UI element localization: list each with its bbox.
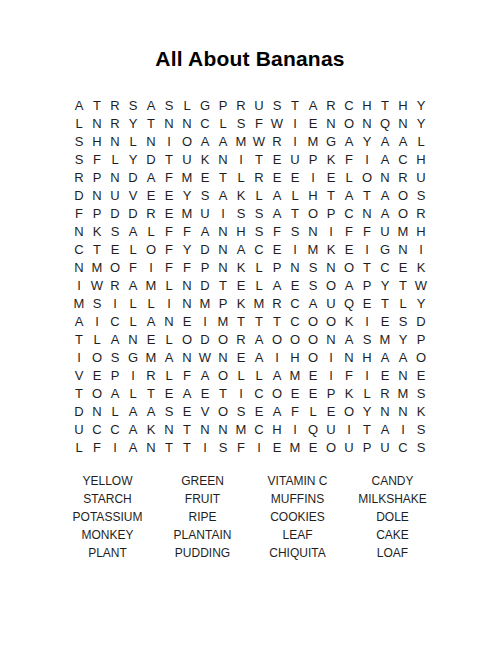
grid-cell-r7c15[interactable]: P bbox=[322, 204, 340, 222]
grid-cell-r3c12[interactable]: R bbox=[268, 132, 286, 150]
grid-cell-r20c3[interactable]: I bbox=[106, 438, 124, 456]
grid-cell-r1c9[interactable]: P bbox=[214, 96, 232, 114]
grid-cell-r7c5[interactable]: R bbox=[142, 204, 160, 222]
grid-cell-r10c18[interactable]: C bbox=[376, 258, 394, 276]
grid-cell-r11c4[interactable]: A bbox=[124, 276, 142, 294]
grid-cell-r16c6[interactable]: L bbox=[160, 366, 178, 384]
grid-cell-r8c16[interactable]: F bbox=[340, 222, 358, 240]
grid-cell-r15c15[interactable]: I bbox=[322, 348, 340, 366]
grid-cell-r2c13[interactable]: I bbox=[286, 114, 304, 132]
grid-cell-r15c17[interactable]: H bbox=[358, 348, 376, 366]
grid-cell-r18c12[interactable]: A bbox=[268, 402, 286, 420]
grid-cell-r4c5[interactable]: D bbox=[142, 150, 160, 168]
grid-cell-r19c16[interactable]: I bbox=[340, 420, 358, 438]
grid-cell-r10c17[interactable]: T bbox=[358, 258, 376, 276]
grid-cell-r12c5[interactable]: L bbox=[142, 294, 160, 312]
grid-cell-r9c3[interactable]: E bbox=[106, 240, 124, 258]
grid-cell-r1c20[interactable]: Y bbox=[412, 96, 430, 114]
grid-cell-r3c5[interactable]: N bbox=[142, 132, 160, 150]
grid-cell-r9c8[interactable]: D bbox=[196, 240, 214, 258]
grid-cell-r9c14[interactable]: M bbox=[304, 240, 322, 258]
grid-cell-r4c15[interactable]: K bbox=[322, 150, 340, 168]
grid-cell-r11c16[interactable]: A bbox=[340, 276, 358, 294]
grid-cell-r19c17[interactable]: T bbox=[358, 420, 376, 438]
grid-cell-r20c13[interactable]: M bbox=[286, 438, 304, 456]
grid-cell-r14c14[interactable]: O bbox=[304, 330, 322, 348]
grid-cell-r4c12[interactable]: E bbox=[268, 150, 286, 168]
grid-cell-r12c4[interactable]: L bbox=[124, 294, 142, 312]
grid-cell-r2c14[interactable]: E bbox=[304, 114, 322, 132]
grid-cell-r16c1[interactable]: V bbox=[70, 366, 88, 384]
grid-cell-r20c12[interactable]: E bbox=[268, 438, 286, 456]
grid-cell-r4c7[interactable]: U bbox=[178, 150, 196, 168]
grid-cell-r8c17[interactable]: F bbox=[358, 222, 376, 240]
grid-cell-r13c12[interactable]: T bbox=[268, 312, 286, 330]
grid-cell-r11c7[interactable]: N bbox=[178, 276, 196, 294]
grid-cell-r14c3[interactable]: A bbox=[106, 330, 124, 348]
grid-cell-r13c8[interactable]: I bbox=[196, 312, 214, 330]
grid-cell-r10c19[interactable]: E bbox=[394, 258, 412, 276]
grid-cell-r9c6[interactable]: F bbox=[160, 240, 178, 258]
grid-cell-r16c14[interactable]: E bbox=[304, 366, 322, 384]
grid-cell-r17c19[interactable]: M bbox=[394, 384, 412, 402]
grid-cell-r14c17[interactable]: S bbox=[358, 330, 376, 348]
grid-cell-r13c16[interactable]: K bbox=[340, 312, 358, 330]
grid-cell-r3c8[interactable]: A bbox=[196, 132, 214, 150]
grid-cell-r14c10[interactable]: R bbox=[232, 330, 250, 348]
grid-cell-r12c3[interactable]: I bbox=[106, 294, 124, 312]
grid-cell-r7c13[interactable]: T bbox=[286, 204, 304, 222]
grid-cell-r4c18[interactable]: A bbox=[376, 150, 394, 168]
grid-cell-r18c8[interactable]: V bbox=[196, 402, 214, 420]
grid-cell-r5c11[interactable]: R bbox=[250, 168, 268, 186]
grid-cell-r1c2[interactable]: T bbox=[88, 96, 106, 114]
grid-cell-r2c17[interactable]: N bbox=[358, 114, 376, 132]
grid-cell-r8c15[interactable]: I bbox=[322, 222, 340, 240]
grid-cell-r10c5[interactable]: I bbox=[142, 258, 160, 276]
grid-cell-r12c16[interactable]: Q bbox=[340, 294, 358, 312]
grid-cell-r11c10[interactable]: E bbox=[232, 276, 250, 294]
grid-cell-r15c12[interactable]: I bbox=[268, 348, 286, 366]
grid-cell-r10c7[interactable]: F bbox=[178, 258, 196, 276]
grid-cell-r4c1[interactable]: S bbox=[70, 150, 88, 168]
grid-cell-r5c1[interactable]: R bbox=[70, 168, 88, 186]
grid-cell-r4c16[interactable]: F bbox=[340, 150, 358, 168]
grid-cell-r13c7[interactable]: E bbox=[178, 312, 196, 330]
grid-cell-r5c15[interactable]: E bbox=[322, 168, 340, 186]
grid-cell-r3c7[interactable]: O bbox=[178, 132, 196, 150]
grid-cell-r20c11[interactable]: I bbox=[250, 438, 268, 456]
grid-cell-r19c18[interactable]: A bbox=[376, 420, 394, 438]
grid-cell-r12c12[interactable]: R bbox=[268, 294, 286, 312]
grid-cell-r7c6[interactable]: E bbox=[160, 204, 178, 222]
grid-cell-r2c2[interactable]: N bbox=[88, 114, 106, 132]
grid-cell-r18c17[interactable]: Y bbox=[358, 402, 376, 420]
grid-cell-r9c15[interactable]: K bbox=[322, 240, 340, 258]
grid-cell-r10c10[interactable]: K bbox=[232, 258, 250, 276]
grid-cell-r16c19[interactable]: N bbox=[394, 366, 412, 384]
grid-cell-r18c10[interactable]: S bbox=[232, 402, 250, 420]
grid-cell-r13c13[interactable]: C bbox=[286, 312, 304, 330]
grid-cell-r10c13[interactable]: N bbox=[286, 258, 304, 276]
grid-cell-r9c18[interactable]: G bbox=[376, 240, 394, 258]
grid-cell-r6c3[interactable]: U bbox=[106, 186, 124, 204]
grid-cell-r16c15[interactable]: I bbox=[322, 366, 340, 384]
grid-cell-r10c14[interactable]: S bbox=[304, 258, 322, 276]
grid-cell-r15c8[interactable]: W bbox=[196, 348, 214, 366]
grid-cell-r18c14[interactable]: L bbox=[304, 402, 322, 420]
grid-cell-r17c1[interactable]: T bbox=[70, 384, 88, 402]
grid-cell-r16c5[interactable]: R bbox=[142, 366, 160, 384]
grid-cell-r16c8[interactable]: A bbox=[196, 366, 214, 384]
grid-cell-r17c15[interactable]: P bbox=[322, 384, 340, 402]
grid-cell-r6c7[interactable]: Y bbox=[178, 186, 196, 204]
grid-cell-r19c1[interactable]: U bbox=[70, 420, 88, 438]
grid-cell-r8c4[interactable]: A bbox=[124, 222, 142, 240]
grid-cell-r18c6[interactable]: S bbox=[160, 402, 178, 420]
grid-cell-r5c17[interactable]: O bbox=[358, 168, 376, 186]
grid-cell-r13c4[interactable]: L bbox=[124, 312, 142, 330]
grid-cell-r14c11[interactable]: A bbox=[250, 330, 268, 348]
grid-cell-r18c7[interactable]: E bbox=[178, 402, 196, 420]
grid-cell-r17c11[interactable]: C bbox=[250, 384, 268, 402]
grid-cell-r1c5[interactable]: A bbox=[142, 96, 160, 114]
grid-cell-r9c16[interactable]: E bbox=[340, 240, 358, 258]
grid-cell-r17c4[interactable]: L bbox=[124, 384, 142, 402]
grid-cell-r17c16[interactable]: K bbox=[340, 384, 358, 402]
grid-cell-r19c20[interactable]: S bbox=[412, 420, 430, 438]
grid-cell-r20c14[interactable]: E bbox=[304, 438, 322, 456]
grid-cell-r10c4[interactable]: F bbox=[124, 258, 142, 276]
grid-cell-r14c13[interactable]: O bbox=[286, 330, 304, 348]
grid-cell-r7c2[interactable]: P bbox=[88, 204, 106, 222]
grid-cell-r3c16[interactable]: A bbox=[340, 132, 358, 150]
grid-cell-r2c7[interactable]: N bbox=[178, 114, 196, 132]
grid-cell-r9c17[interactable]: I bbox=[358, 240, 376, 258]
grid-cell-r5c19[interactable]: R bbox=[394, 168, 412, 186]
grid-cell-r19c2[interactable]: C bbox=[88, 420, 106, 438]
grid-cell-r20c5[interactable]: N bbox=[142, 438, 160, 456]
grid-cell-r12c8[interactable]: M bbox=[196, 294, 214, 312]
grid-cell-r15c6[interactable]: A bbox=[160, 348, 178, 366]
grid-cell-r11c12[interactable]: A bbox=[268, 276, 286, 294]
grid-cell-r3c10[interactable]: M bbox=[232, 132, 250, 150]
grid-cell-r14c20[interactable]: P bbox=[412, 330, 430, 348]
grid-cell-r9c4[interactable]: L bbox=[124, 240, 142, 258]
grid-cell-r6c11[interactable]: L bbox=[250, 186, 268, 204]
grid-cell-r7c14[interactable]: O bbox=[304, 204, 322, 222]
grid-cell-r8c18[interactable]: U bbox=[376, 222, 394, 240]
grid-cell-r3c11[interactable]: W bbox=[250, 132, 268, 150]
grid-cell-r6c17[interactable]: T bbox=[358, 186, 376, 204]
grid-cell-r7c1[interactable]: F bbox=[70, 204, 88, 222]
grid-cell-r19c11[interactable]: C bbox=[250, 420, 268, 438]
grid-cell-r11c8[interactable]: D bbox=[196, 276, 214, 294]
grid-cell-r14c4[interactable]: N bbox=[124, 330, 142, 348]
grid-cell-r16c2[interactable]: E bbox=[88, 366, 106, 384]
grid-cell-r13c15[interactable]: O bbox=[322, 312, 340, 330]
grid-cell-r17c8[interactable]: E bbox=[196, 384, 214, 402]
grid-cell-r3c14[interactable]: M bbox=[304, 132, 322, 150]
grid-cell-r5c20[interactable]: U bbox=[412, 168, 430, 186]
grid-cell-r19c19[interactable]: I bbox=[394, 420, 412, 438]
grid-cell-r6c16[interactable]: A bbox=[340, 186, 358, 204]
grid-cell-r20c19[interactable]: C bbox=[394, 438, 412, 456]
grid-cell-r13c14[interactable]: O bbox=[304, 312, 322, 330]
grid-cell-r8c3[interactable]: S bbox=[106, 222, 124, 240]
grid-cell-r8c10[interactable]: H bbox=[232, 222, 250, 240]
grid-cell-r5c3[interactable]: N bbox=[106, 168, 124, 186]
grid-cell-r2c1[interactable]: L bbox=[70, 114, 88, 132]
grid-cell-r1c15[interactable]: R bbox=[322, 96, 340, 114]
grid-cell-r6c1[interactable]: D bbox=[70, 186, 88, 204]
grid-cell-r12c18[interactable]: T bbox=[376, 294, 394, 312]
grid-cell-r17c6[interactable]: E bbox=[160, 384, 178, 402]
grid-cell-r12c13[interactable]: C bbox=[286, 294, 304, 312]
grid-cell-r2c6[interactable]: N bbox=[160, 114, 178, 132]
grid-cell-r10c11[interactable]: L bbox=[250, 258, 268, 276]
grid-cell-r7c7[interactable]: M bbox=[178, 204, 196, 222]
grid-cell-r16c11[interactable]: L bbox=[250, 366, 268, 384]
grid-cell-r3c13[interactable]: I bbox=[286, 132, 304, 150]
grid-cell-r3c18[interactable]: A bbox=[376, 132, 394, 150]
grid-cell-r17c9[interactable]: T bbox=[214, 384, 232, 402]
grid-cell-r6c13[interactable]: L bbox=[286, 186, 304, 204]
grid-cell-r5c13[interactable]: E bbox=[286, 168, 304, 186]
grid-cell-r5c8[interactable]: E bbox=[196, 168, 214, 186]
grid-cell-r11c3[interactable]: R bbox=[106, 276, 124, 294]
grid-cell-r3c6[interactable]: I bbox=[160, 132, 178, 150]
grid-cell-r1c4[interactable]: S bbox=[124, 96, 142, 114]
grid-cell-r15c1[interactable]: I bbox=[70, 348, 88, 366]
grid-cell-r17c14[interactable]: E bbox=[304, 384, 322, 402]
grid-cell-r17c2[interactable]: O bbox=[88, 384, 106, 402]
grid-cell-r18c15[interactable]: E bbox=[322, 402, 340, 420]
grid-cell-r8c11[interactable]: S bbox=[250, 222, 268, 240]
grid-cell-r5c2[interactable]: P bbox=[88, 168, 106, 186]
grid-cell-r6c18[interactable]: A bbox=[376, 186, 394, 204]
grid-cell-r18c9[interactable]: O bbox=[214, 402, 232, 420]
grid-cell-r8c2[interactable]: K bbox=[88, 222, 106, 240]
grid-cell-r15c16[interactable]: N bbox=[340, 348, 358, 366]
grid-cell-r9c12[interactable]: E bbox=[268, 240, 286, 258]
grid-cell-r13c3[interactable]: C bbox=[106, 312, 124, 330]
grid-cell-r11c11[interactable]: L bbox=[250, 276, 268, 294]
grid-cell-r2c11[interactable]: F bbox=[250, 114, 268, 132]
grid-cell-r19c12[interactable]: H bbox=[268, 420, 286, 438]
grid-cell-r6c19[interactable]: O bbox=[394, 186, 412, 204]
grid-cell-r18c18[interactable]: N bbox=[376, 402, 394, 420]
grid-cell-r1c14[interactable]: A bbox=[304, 96, 322, 114]
grid-cell-r11c1[interactable]: I bbox=[70, 276, 88, 294]
grid-cell-r13c9[interactable]: M bbox=[214, 312, 232, 330]
grid-cell-r6c5[interactable]: E bbox=[142, 186, 160, 204]
grid-cell-r17c13[interactable]: E bbox=[286, 384, 304, 402]
grid-cell-r1c16[interactable]: C bbox=[340, 96, 358, 114]
grid-cell-r5c16[interactable]: L bbox=[340, 168, 358, 186]
grid-cell-r12c14[interactable]: A bbox=[304, 294, 322, 312]
grid-cell-r2c4[interactable]: Y bbox=[124, 114, 142, 132]
grid-cell-r15c14[interactable]: O bbox=[304, 348, 322, 366]
grid-cell-r20c9[interactable]: S bbox=[214, 438, 232, 456]
grid-cell-r11c2[interactable]: W bbox=[88, 276, 106, 294]
grid-cell-r19c5[interactable]: K bbox=[142, 420, 160, 438]
grid-cell-r6c6[interactable]: E bbox=[160, 186, 178, 204]
grid-cell-r12c19[interactable]: L bbox=[394, 294, 412, 312]
grid-cell-r11c9[interactable]: T bbox=[214, 276, 232, 294]
grid-cell-r19c13[interactable]: I bbox=[286, 420, 304, 438]
grid-cell-r15c19[interactable]: A bbox=[394, 348, 412, 366]
grid-cell-r2c15[interactable]: N bbox=[322, 114, 340, 132]
grid-cell-r1c19[interactable]: H bbox=[394, 96, 412, 114]
grid-cell-r20c7[interactable]: T bbox=[178, 438, 196, 456]
grid-cell-r18c2[interactable]: N bbox=[88, 402, 106, 420]
grid-cell-r13c5[interactable]: A bbox=[142, 312, 160, 330]
grid-cell-r20c8[interactable]: I bbox=[196, 438, 214, 456]
grid-cell-r7c11[interactable]: S bbox=[250, 204, 268, 222]
grid-cell-r12c17[interactable]: E bbox=[358, 294, 376, 312]
grid-cell-r11c20[interactable]: W bbox=[412, 276, 430, 294]
grid-cell-r5c12[interactable]: E bbox=[268, 168, 286, 186]
grid-cell-r20c18[interactable]: U bbox=[376, 438, 394, 456]
grid-cell-r6c20[interactable]: S bbox=[412, 186, 430, 204]
grid-cell-r19c15[interactable]: U bbox=[322, 420, 340, 438]
grid-cell-r10c1[interactable]: N bbox=[70, 258, 88, 276]
grid-cell-r15c13[interactable]: H bbox=[286, 348, 304, 366]
grid-cell-r1c18[interactable]: T bbox=[376, 96, 394, 114]
grid-cell-r7c16[interactable]: C bbox=[340, 204, 358, 222]
grid-cell-r5c10[interactable]: L bbox=[232, 168, 250, 186]
grid-cell-r7c20[interactable]: R bbox=[412, 204, 430, 222]
grid-cell-r8c7[interactable]: F bbox=[178, 222, 196, 240]
grid-cell-r10c12[interactable]: P bbox=[268, 258, 286, 276]
grid-cell-r14c18[interactable]: M bbox=[376, 330, 394, 348]
grid-cell-r16c16[interactable]: F bbox=[340, 366, 358, 384]
grid-cell-r10c20[interactable]: K bbox=[412, 258, 430, 276]
grid-cell-r11c19[interactable]: T bbox=[394, 276, 412, 294]
grid-cell-r9c2[interactable]: T bbox=[88, 240, 106, 258]
grid-cell-r7c4[interactable]: D bbox=[124, 204, 142, 222]
grid-cell-r2c10[interactable]: S bbox=[232, 114, 250, 132]
grid-cell-r9c9[interactable]: N bbox=[214, 240, 232, 258]
grid-cell-r3c9[interactable]: A bbox=[214, 132, 232, 150]
grid-cell-r16c9[interactable]: O bbox=[214, 366, 232, 384]
grid-cell-r15c3[interactable]: S bbox=[106, 348, 124, 366]
grid-cell-r4c6[interactable]: T bbox=[160, 150, 178, 168]
grid-cell-r9c5[interactable]: O bbox=[142, 240, 160, 258]
grid-cell-r8c8[interactable]: A bbox=[196, 222, 214, 240]
grid-cell-r7c19[interactable]: O bbox=[394, 204, 412, 222]
grid-cell-r19c4[interactable]: A bbox=[124, 420, 142, 438]
grid-cell-r19c7[interactable]: T bbox=[178, 420, 196, 438]
grid-cell-r17c3[interactable]: A bbox=[106, 384, 124, 402]
grid-cell-r6c4[interactable]: V bbox=[124, 186, 142, 204]
grid-cell-r9c19[interactable]: N bbox=[394, 240, 412, 258]
grid-cell-r5c14[interactable]: I bbox=[304, 168, 322, 186]
grid-cell-r17c10[interactable]: I bbox=[232, 384, 250, 402]
grid-cell-r19c8[interactable]: N bbox=[196, 420, 214, 438]
grid-cell-r6c12[interactable]: A bbox=[268, 186, 286, 204]
grid-cell-r1c13[interactable]: T bbox=[286, 96, 304, 114]
grid-cell-r6c2[interactable]: N bbox=[88, 186, 106, 204]
grid-cell-r4c9[interactable]: N bbox=[214, 150, 232, 168]
grid-cell-r1c12[interactable]: S bbox=[268, 96, 286, 114]
grid-cell-r10c3[interactable]: O bbox=[106, 258, 124, 276]
grid-cell-r3c3[interactable]: N bbox=[106, 132, 124, 150]
grid-cell-r9c13[interactable]: I bbox=[286, 240, 304, 258]
grid-cell-r14c9[interactable]: O bbox=[214, 330, 232, 348]
grid-cell-r3c17[interactable]: Y bbox=[358, 132, 376, 150]
grid-cell-r2c20[interactable]: Y bbox=[412, 114, 430, 132]
grid-cell-r20c17[interactable]: P bbox=[358, 438, 376, 456]
grid-cell-r19c10[interactable]: M bbox=[232, 420, 250, 438]
grid-cell-r5c18[interactable]: N bbox=[376, 168, 394, 186]
grid-cell-r14c5[interactable]: E bbox=[142, 330, 160, 348]
grid-cell-r5c6[interactable]: F bbox=[160, 168, 178, 186]
grid-cell-r17c5[interactable]: T bbox=[142, 384, 160, 402]
grid-cell-r11c15[interactable]: O bbox=[322, 276, 340, 294]
grid-cell-r15c11[interactable]: A bbox=[250, 348, 268, 366]
grid-cell-r17c18[interactable]: R bbox=[376, 384, 394, 402]
grid-cell-r14c12[interactable]: O bbox=[268, 330, 286, 348]
grid-cell-r4c8[interactable]: K bbox=[196, 150, 214, 168]
grid-cell-r10c6[interactable]: F bbox=[160, 258, 178, 276]
grid-cell-r6c15[interactable]: T bbox=[322, 186, 340, 204]
grid-cell-r14c15[interactable]: N bbox=[322, 330, 340, 348]
grid-cell-r13c1[interactable]: A bbox=[70, 312, 88, 330]
grid-cell-r12c2[interactable]: S bbox=[88, 294, 106, 312]
grid-cell-r13c11[interactable]: T bbox=[250, 312, 268, 330]
grid-cell-r15c20[interactable]: O bbox=[412, 348, 430, 366]
grid-cell-r1c3[interactable]: R bbox=[106, 96, 124, 114]
grid-cell-r4c20[interactable]: H bbox=[412, 150, 430, 168]
grid-cell-r5c5[interactable]: A bbox=[142, 168, 160, 186]
grid-cell-r2c19[interactable]: N bbox=[394, 114, 412, 132]
grid-cell-r16c12[interactable]: A bbox=[268, 366, 286, 384]
grid-cell-r15c4[interactable]: G bbox=[124, 348, 142, 366]
grid-cell-r4c14[interactable]: P bbox=[304, 150, 322, 168]
grid-cell-r13c17[interactable]: I bbox=[358, 312, 376, 330]
grid-cell-r6c10[interactable]: K bbox=[232, 186, 250, 204]
grid-cell-r8c19[interactable]: M bbox=[394, 222, 412, 240]
grid-cell-r2c12[interactable]: W bbox=[268, 114, 286, 132]
grid-cell-r7c3[interactable]: D bbox=[106, 204, 124, 222]
grid-cell-r13c18[interactable]: E bbox=[376, 312, 394, 330]
grid-cell-r20c4[interactable]: A bbox=[124, 438, 142, 456]
grid-cell-r10c15[interactable]: N bbox=[322, 258, 340, 276]
grid-cell-r12c15[interactable]: U bbox=[322, 294, 340, 312]
grid-cell-r12c6[interactable]: I bbox=[160, 294, 178, 312]
grid-cell-r2c18[interactable]: Q bbox=[376, 114, 394, 132]
grid-cell-r9c1[interactable]: C bbox=[70, 240, 88, 258]
grid-cell-r4c10[interactable]: I bbox=[232, 150, 250, 168]
grid-cell-r16c7[interactable]: F bbox=[178, 366, 196, 384]
grid-cell-r20c20[interactable]: S bbox=[412, 438, 430, 456]
grid-cell-r8c9[interactable]: N bbox=[214, 222, 232, 240]
grid-cell-r12c7[interactable]: N bbox=[178, 294, 196, 312]
grid-cell-r1c10[interactable]: R bbox=[232, 96, 250, 114]
grid-cell-r14c6[interactable]: L bbox=[160, 330, 178, 348]
grid-cell-r18c11[interactable]: E bbox=[250, 402, 268, 420]
grid-cell-r1c17[interactable]: H bbox=[358, 96, 376, 114]
grid-cell-r4c13[interactable]: U bbox=[286, 150, 304, 168]
grid-cell-r10c8[interactable]: P bbox=[196, 258, 214, 276]
grid-cell-r5c9[interactable]: T bbox=[214, 168, 232, 186]
grid-cell-r7c8[interactable]: U bbox=[196, 204, 214, 222]
grid-cell-r11c5[interactable]: M bbox=[142, 276, 160, 294]
grid-cell-r7c9[interactable]: I bbox=[214, 204, 232, 222]
grid-cell-r18c4[interactable]: A bbox=[124, 402, 142, 420]
